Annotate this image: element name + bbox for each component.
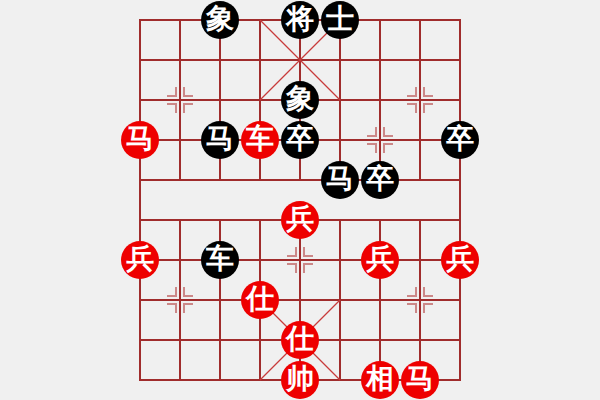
piece-black-pawn[interactable]: 卒 <box>281 121 319 159</box>
piece-red-pawn[interactable]: 兵 <box>121 241 159 279</box>
piece-black-pawn[interactable]: 卒 <box>441 121 479 159</box>
piece-black-advisor[interactable]: 士 <box>321 1 359 39</box>
piece-red-advisor[interactable]: 仕 <box>281 321 319 359</box>
piece-black-elephant[interactable]: 象 <box>201 1 239 39</box>
piece-red-general[interactable]: 帅 <box>281 361 319 399</box>
xiangqi-board: 象将士象马马车卒卒马卒兵兵车兵兵仕仕帅相马 <box>0 0 600 400</box>
piece-black-horse[interactable]: 马 <box>321 161 359 199</box>
piece-black-horse[interactable]: 马 <box>201 121 239 159</box>
piece-black-general[interactable]: 将 <box>281 1 319 39</box>
piece-red-pawn[interactable]: 兵 <box>361 241 399 279</box>
piece-black-elephant[interactable]: 象 <box>281 81 319 119</box>
piece-red-chariot[interactable]: 车 <box>241 121 279 159</box>
piece-black-chariot[interactable]: 车 <box>201 241 239 279</box>
piece-black-pawn[interactable]: 卒 <box>361 161 399 199</box>
piece-red-horse[interactable]: 马 <box>401 361 439 399</box>
piece-red-advisor[interactable]: 仕 <box>241 281 279 319</box>
piece-red-horse[interactable]: 马 <box>121 121 159 159</box>
piece-red-elephant[interactable]: 相 <box>361 361 399 399</box>
piece-red-pawn[interactable]: 兵 <box>281 201 319 239</box>
piece-red-pawn[interactable]: 兵 <box>441 241 479 279</box>
